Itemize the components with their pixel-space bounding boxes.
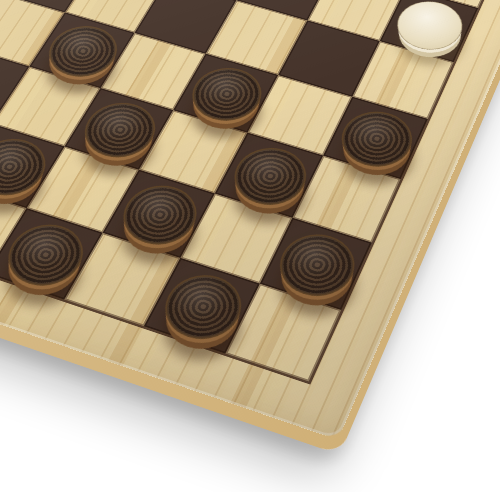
checker-dark-f5-r2[interactable]: [0, 131, 58, 204]
checker-dark-f3-r4[interactable]: [181, 61, 271, 129]
checker-white-f1-r6[interactable]: [388, 0, 471, 57]
photo-scene: [0, 0, 500, 492]
checker-dark-f4-r1[interactable]: [0, 216, 95, 295]
checker-dark-f1-r4[interactable]: [332, 104, 422, 175]
checker-dark-f4-r3[interactable]: [73, 95, 166, 165]
checker-dark-f5-r4[interactable]: [37, 19, 128, 84]
pieces-layer: [0, 0, 500, 381]
checker-dark-f2-r1[interactable]: [153, 266, 253, 348]
checker-dark-f3-r2[interactable]: [111, 177, 208, 253]
playing-area: [0, 0, 500, 381]
checkers-board: [0, 0, 500, 440]
checker-dark-f2-r3[interactable]: [223, 140, 316, 213]
checker-dark-f1-r2[interactable]: [269, 226, 365, 305]
